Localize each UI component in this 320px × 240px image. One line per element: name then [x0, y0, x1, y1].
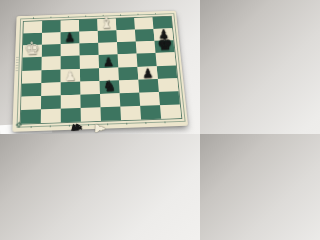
square-c6[interactable] — [61, 44, 80, 57]
square-d2[interactable] — [80, 94, 100, 108]
square-a2[interactable] — [21, 96, 41, 110]
square-g2[interactable] — [139, 92, 160, 106]
square-b6[interactable] — [42, 44, 61, 57]
square-c3[interactable] — [61, 81, 81, 95]
square-g7[interactable] — [135, 29, 155, 42]
white-bishop-e8[interactable]: ♝ — [99, 15, 114, 31]
square-f5[interactable] — [118, 54, 138, 67]
square-c2[interactable] — [61, 94, 81, 108]
square-a4[interactable] — [22, 70, 42, 84]
square-c7[interactable]: ♟ — [61, 32, 80, 45]
square-e2[interactable] — [100, 93, 120, 107]
black-knight-e3[interactable]: ♞ — [103, 78, 117, 93]
square-f6[interactable] — [117, 42, 137, 55]
square-f4[interactable] — [118, 66, 138, 79]
black-pawn-c7[interactable]: ♟ — [64, 32, 75, 45]
square-e5[interactable]: ♟ — [99, 55, 119, 68]
square-g1[interactable] — [140, 105, 161, 119]
square-e7[interactable] — [98, 30, 117, 43]
square-a5[interactable] — [22, 57, 41, 70]
table-surface: { "game": "chess", "scene": "overhead ph… — [0, 0, 200, 134]
square-b3[interactable] — [41, 82, 61, 96]
black-pawn-g4[interactable]: ♟ — [142, 66, 154, 79]
square-d5[interactable] — [80, 55, 99, 68]
square-d6[interactable] — [79, 43, 98, 56]
square-b7[interactable] — [42, 32, 61, 45]
black-king-h6[interactable]: ♚ — [157, 36, 173, 54]
square-d8[interactable] — [79, 19, 98, 31]
square-e8[interactable]: ♝ — [97, 19, 116, 31]
chess-board: ♝♟♟♚♚♟♟♟♞ ✥ — [9, 0, 187, 132]
board-squares: ♝♟♟♚♚♟♟♟♞ — [20, 16, 183, 125]
white-king-a6[interactable]: ♚ — [24, 40, 40, 58]
square-f7[interactable] — [116, 30, 135, 43]
square-g5[interactable] — [137, 53, 157, 66]
square-b2[interactable] — [41, 95, 61, 109]
black-pawn-e5[interactable]: ♟ — [103, 55, 115, 68]
square-f2[interactable] — [120, 92, 141, 106]
square-b1[interactable] — [41, 109, 61, 123]
square-g6[interactable] — [136, 41, 156, 54]
white-pawn-c4[interactable]: ♟ — [64, 69, 76, 82]
board-border: ♝♟♟♚♚♟♟♟♞ ✥ — [12, 11, 188, 132]
square-c5[interactable] — [61, 56, 80, 69]
square-a1[interactable] — [21, 109, 41, 123]
square-h2[interactable] — [159, 91, 180, 105]
square-d7[interactable] — [79, 31, 98, 44]
square-c4[interactable]: ♟ — [61, 68, 80, 82]
square-h1[interactable] — [160, 104, 181, 118]
square-h3[interactable] — [158, 78, 179, 92]
square-g4[interactable]: ♟ — [137, 66, 157, 79]
square-h4[interactable] — [157, 65, 177, 78]
border-brand-text — [16, 55, 19, 71]
square-a6[interactable]: ♚ — [23, 45, 42, 58]
square-a3[interactable] — [22, 83, 42, 97]
square-e3[interactable]: ♞ — [100, 80, 120, 94]
square-b5[interactable] — [41, 57, 60, 70]
square-d4[interactable] — [80, 68, 100, 81]
square-h5[interactable] — [156, 53, 176, 66]
square-a8[interactable] — [23, 21, 42, 33]
square-f8[interactable] — [116, 18, 135, 30]
square-g3[interactable] — [138, 79, 159, 93]
square-b4[interactable] — [41, 69, 60, 83]
square-e6[interactable] — [98, 42, 117, 55]
square-f3[interactable] — [119, 79, 139, 93]
square-d3[interactable] — [80, 81, 100, 95]
fallen-black-knight[interactable]: ♞ — [69, 120, 86, 134]
square-b8[interactable] — [42, 20, 61, 32]
fallen-white-pawn[interactable]: ♟ — [93, 122, 106, 134]
square-h6[interactable]: ♚ — [155, 40, 175, 53]
square-g8[interactable] — [134, 17, 153, 29]
brand-stamp-icon: ✥ — [15, 122, 22, 130]
square-e1[interactable] — [100, 106, 121, 120]
square-d1[interactable] — [81, 107, 101, 121]
square-f1[interactable] — [120, 106, 141, 120]
